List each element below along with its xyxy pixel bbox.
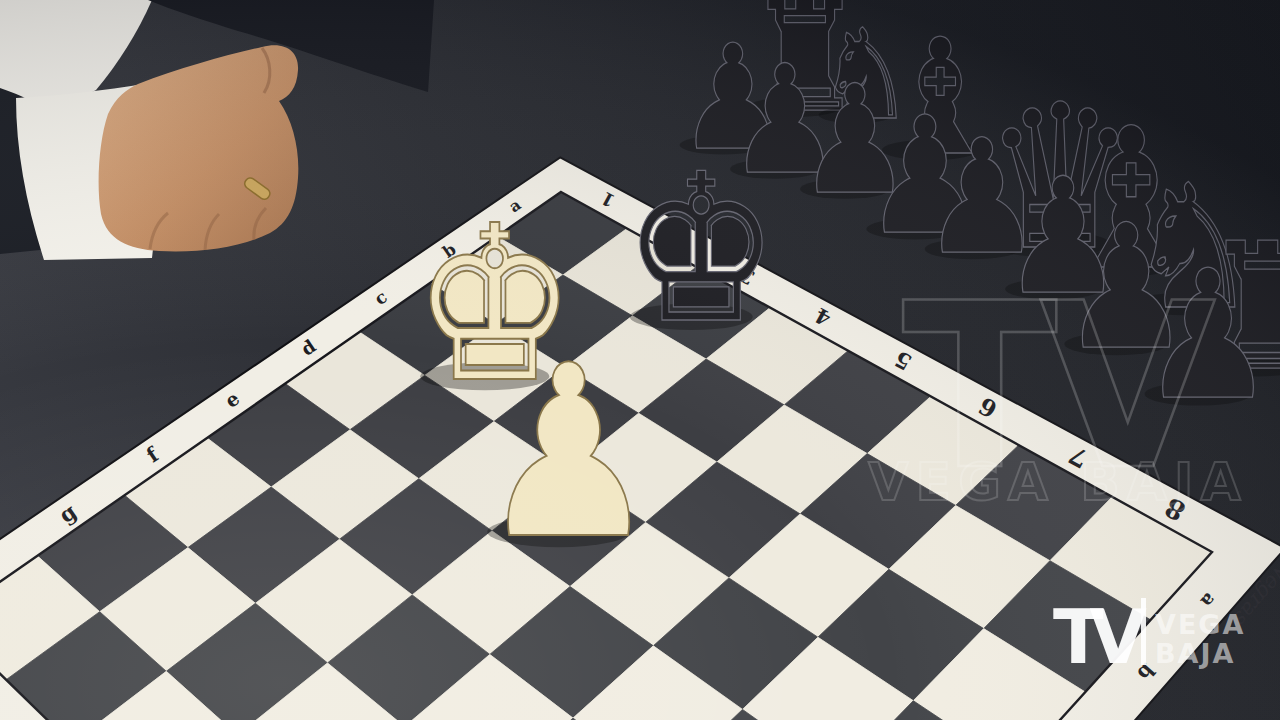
center-watermark: TV VEGA BAJA [868, 254, 1247, 520]
logo-line2: BAJA [1155, 638, 1235, 669]
watermark-subtitle-outline: VEGA BAJA [868, 452, 1247, 512]
tv-broadcast-frame: 1aa2bb3cc4dd5ee6ff7gg8hhNegras ♚♚♟ ♜♞♟♝♟… [0, 0, 1280, 720]
logo-tv-text: TV [1053, 594, 1146, 680]
logo-divider-bar [1141, 598, 1146, 665]
chess-scene: 1aa2bb3cc4dd5ee6ff7gg8hhNegras ♚♚♟ ♜♞♟♝♟… [0, 0, 1280, 720]
logo-line1: VEGA [1155, 609, 1245, 640]
